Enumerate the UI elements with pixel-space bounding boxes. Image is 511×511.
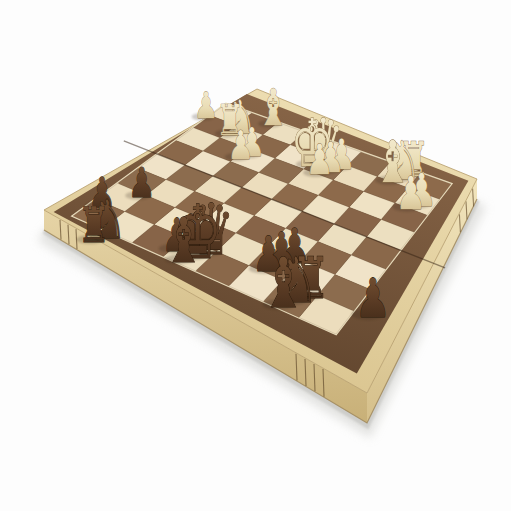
chess-board-photo: ♟♝♞♜♟♟♛♚♟♟♟♜♞♝♟♟♟♟♞♜♟♟♛♚♝♟♟♟♜♞♝♟ [0,0,511,511]
chess-set-product-photo: ♟♝♞♜♟♟♛♚♟♟♟♜♞♝♟♟♟♟♞♜♟♟♛♚♝♟♟♟♜♞♝♟ [0,0,511,511]
piece-white-pawn-g2: ♟ [227,122,253,167]
piece-black-bishop-f8: ♝ [163,204,204,277]
piece-black-rook-h8: ♜ [78,196,110,253]
piece-black-pawn-g7: ♟ [128,159,155,208]
piece-black-pawn-a7: ♟ [355,267,391,330]
piece-white-pawn-h2: ♟ [194,84,218,127]
piece-white-pawn-b2: ♟ [396,167,426,219]
piece-white-pawn-e2: ♟ [306,136,334,185]
piece-black-bishop-c8: ♝ [261,243,307,323]
